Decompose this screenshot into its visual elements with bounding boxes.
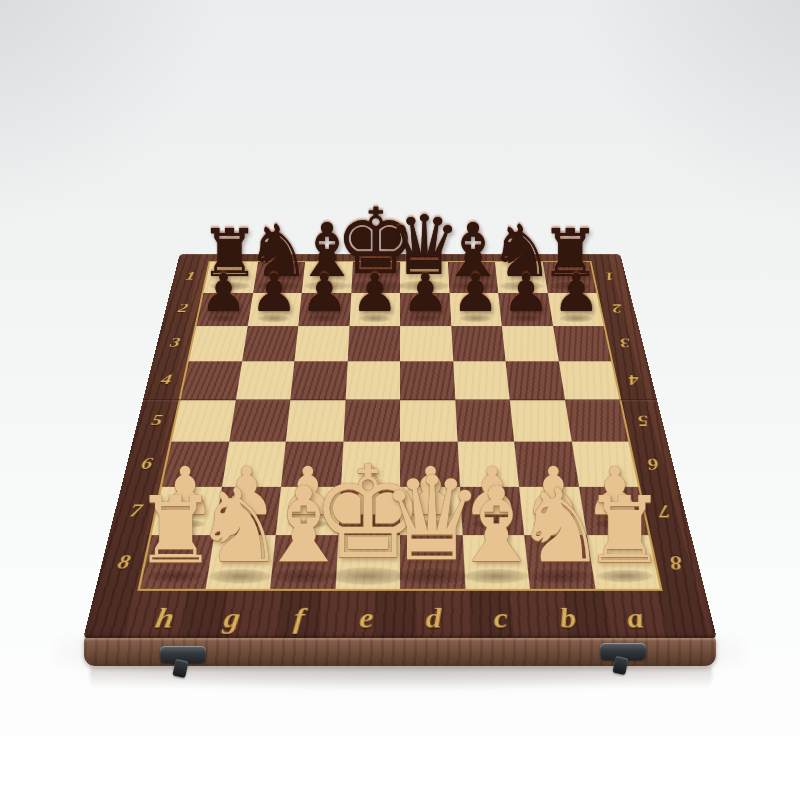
rank-label-right-4: 4 <box>617 373 649 387</box>
file-label-e: e <box>332 605 400 633</box>
square-b1 <box>495 262 547 293</box>
left-clasp <box>160 646 206 663</box>
square-b3 <box>502 326 559 362</box>
square-e8 <box>335 535 400 588</box>
square-c8 <box>462 535 530 588</box>
square-h2 <box>196 293 252 326</box>
square-d6 <box>400 441 459 486</box>
file-label-f: f <box>264 605 333 633</box>
square-h1 <box>204 262 258 293</box>
square-f7 <box>276 486 341 535</box>
square-b5 <box>510 400 572 441</box>
square-c4 <box>453 362 510 400</box>
file-label-g: g <box>196 605 267 633</box>
square-e5 <box>343 400 400 441</box>
square-a1 <box>542 262 596 293</box>
rank-label-left-3: 3 <box>160 336 191 349</box>
file-label-c: c <box>466 605 535 633</box>
board-play-area <box>137 261 662 591</box>
rank-label-left-5: 5 <box>140 412 174 427</box>
square-c1 <box>447 262 498 293</box>
rank-label-left-7: 7 <box>117 502 154 520</box>
square-f5 <box>286 400 345 441</box>
square-d2 <box>400 293 451 326</box>
square-f3 <box>294 326 349 362</box>
square-a7 <box>578 486 648 535</box>
chess-board: 1234567812345678hgfedcba <box>83 254 718 641</box>
square-a5 <box>565 400 629 441</box>
square-h3 <box>189 326 248 362</box>
square-e2 <box>349 293 400 326</box>
square-b6 <box>514 441 578 486</box>
square-h6 <box>162 441 229 486</box>
square-d1 <box>400 262 449 293</box>
square-e7 <box>338 486 400 535</box>
square-h4 <box>181 362 242 400</box>
square-f4 <box>290 362 347 400</box>
rank-label-right-2: 2 <box>602 302 632 314</box>
square-g6 <box>222 441 286 486</box>
product-photo-stage: 1234567812345678hgfedcba ♜♞♝♚♛♝♞♜♟♟♟♟♟♟♟… <box>0 0 800 800</box>
square-c5 <box>455 400 514 441</box>
square-a3 <box>553 326 612 362</box>
rank-label-right-5: 5 <box>626 412 660 427</box>
rank-label-left-6: 6 <box>129 455 164 472</box>
square-a6 <box>571 441 638 486</box>
square-b4 <box>506 362 565 400</box>
square-c2 <box>449 293 502 326</box>
square-h7 <box>152 486 222 535</box>
square-b8 <box>524 535 595 588</box>
square-d4 <box>400 362 455 400</box>
right-clasp <box>600 643 646 660</box>
square-g4 <box>235 362 294 400</box>
square-d7 <box>400 486 462 535</box>
square-f2 <box>298 293 351 326</box>
square-f8 <box>270 535 338 588</box>
fold-seam <box>143 399 658 401</box>
square-g7 <box>214 486 281 535</box>
rank-label-left-4: 4 <box>150 373 182 387</box>
square-h8 <box>140 535 214 588</box>
rank-label-right-7: 7 <box>646 502 683 520</box>
square-d5 <box>400 400 457 441</box>
square-e4 <box>345 362 400 400</box>
square-b2 <box>498 293 552 326</box>
square-g1 <box>253 262 305 293</box>
square-e3 <box>347 326 400 362</box>
square-a2 <box>547 293 603 326</box>
square-c3 <box>451 326 506 362</box>
rank-label-left-8: 8 <box>104 553 143 573</box>
rank-label-right-1: 1 <box>595 270 624 281</box>
square-g8 <box>205 535 276 588</box>
rank-label-left-1: 1 <box>176 270 205 281</box>
file-label-d: d <box>400 605 468 633</box>
square-c7 <box>459 486 524 535</box>
square-c6 <box>457 441 519 486</box>
square-e6 <box>341 441 400 486</box>
square-g5 <box>229 400 291 441</box>
square-f1 <box>302 262 353 293</box>
square-f6 <box>281 441 343 486</box>
square-g3 <box>242 326 299 362</box>
file-label-h: h <box>128 605 200 633</box>
rank-label-right-8: 8 <box>657 553 696 573</box>
square-d8 <box>400 535 465 588</box>
square-h5 <box>172 400 236 441</box>
square-g2 <box>247 293 301 326</box>
square-a4 <box>558 362 619 400</box>
file-label-a: a <box>599 605 671 633</box>
square-a8 <box>586 535 660 588</box>
rank-label-right-6: 6 <box>635 455 670 472</box>
file-label-b: b <box>533 605 604 633</box>
rank-label-left-2: 2 <box>168 302 198 314</box>
square-d3 <box>400 326 453 362</box>
rank-label-right-3: 3 <box>609 336 640 349</box>
square-e1 <box>351 262 400 293</box>
square-b7 <box>519 486 586 535</box>
